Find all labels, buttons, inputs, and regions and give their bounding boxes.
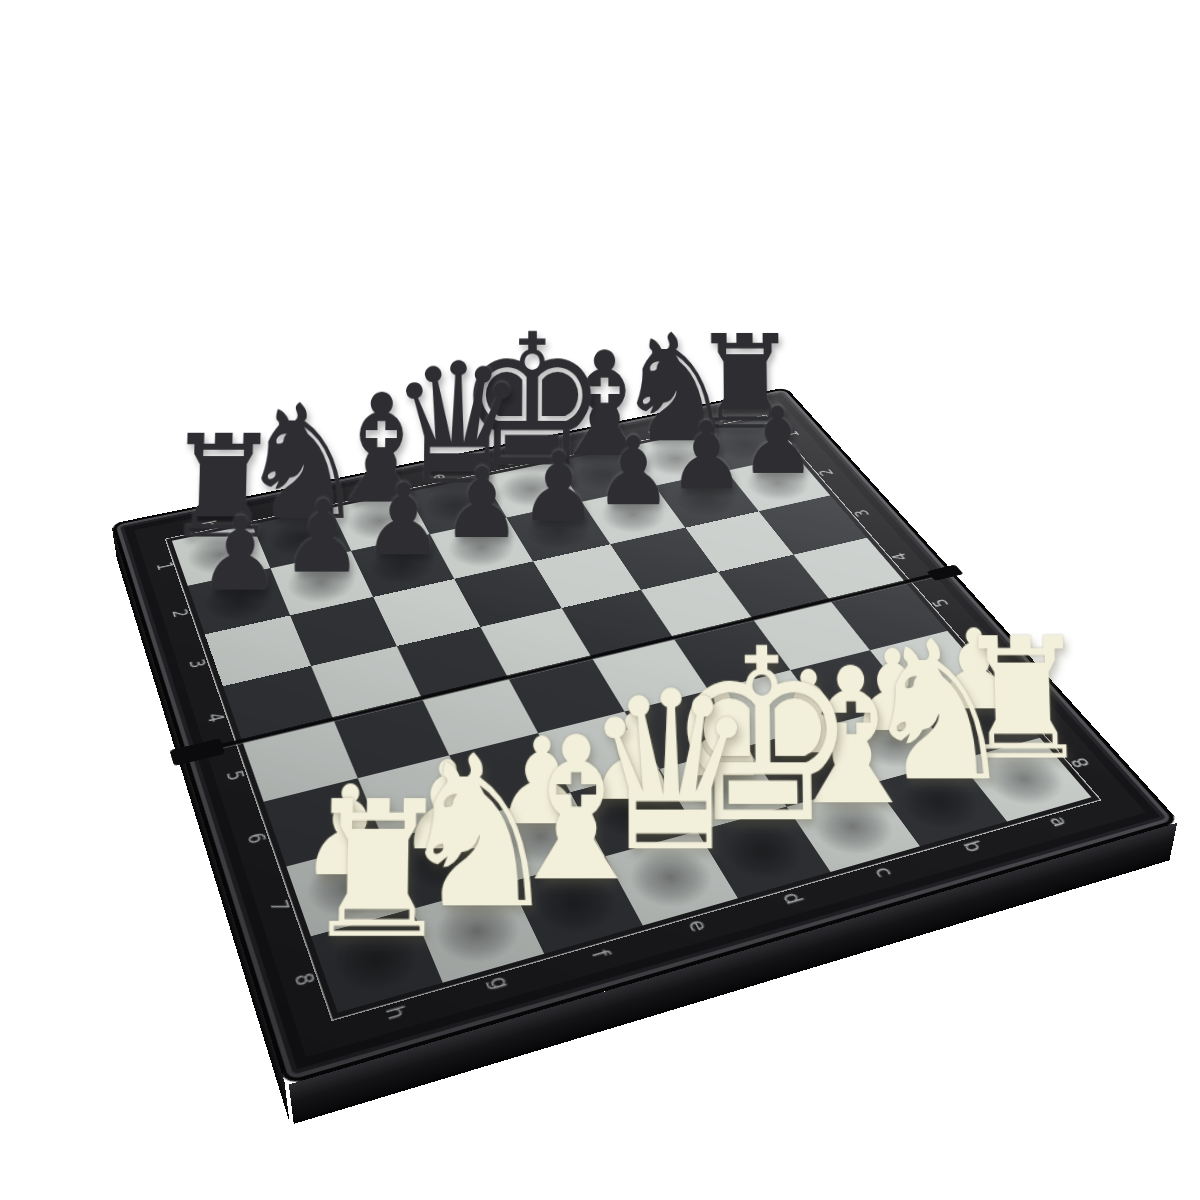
hinge-latch-right <box>926 564 964 581</box>
piece-glyph: ♟ <box>94 504 386 606</box>
piece-glyph: ♜ <box>195 777 559 966</box>
photo-scene: hgfedcba hgfedcba 12345678 12345678 ♜♞♝♛… <box>0 0 1200 1200</box>
board-frame: hgfedcba hgfedcba 12345678 12345678 ♜♞♝♛… <box>111 387 1180 1085</box>
chess-board: hgfedcba hgfedcba 12345678 12345678 ♜♞♝♛… <box>111 387 1180 1085</box>
square-h2: ♟ <box>188 568 290 634</box>
